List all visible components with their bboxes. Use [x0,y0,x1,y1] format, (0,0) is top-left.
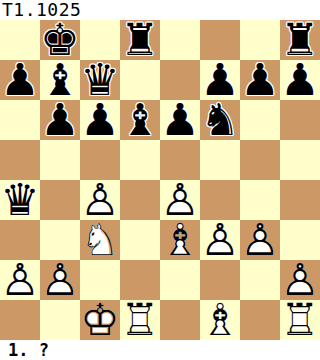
move-prompt: 1. ? [0,340,320,360]
square-h4[interactable] [280,180,320,220]
piece-fill-layer: ♟ [160,100,200,140]
square-e3[interactable]: ♝♗ [160,220,200,260]
chess-board: ♚♜♜♟♝♛♟♟♟♟♟♝♟♞♛♟♙♟♙♞♘♝♗♟♙♟♙♟♙♟♙♟♙♚♔♜♖♝♗♜… [0,20,320,340]
white-rook-icon[interactable]: ♜♖ [120,300,160,340]
square-c1[interactable]: ♚♔ [80,300,120,340]
piece-fill-layer: ♟ [240,60,280,100]
black-knight-icon[interactable]: ♞ [200,100,240,140]
square-g7[interactable]: ♟ [240,60,280,100]
black-pawn-icon[interactable]: ♟ [40,100,80,140]
square-f1[interactable]: ♝♗ [200,300,240,340]
square-d6[interactable]: ♝ [120,100,160,140]
piece-fill-layer: ♜ [120,20,160,60]
square-d1[interactable]: ♜♖ [120,300,160,340]
piece-fill-layer: ♝ [120,100,160,140]
piece-outline-layer: ♘ [80,220,120,260]
black-pawn-icon[interactable]: ♟ [160,100,200,140]
square-b6[interactable]: ♟ [40,100,80,140]
piece-outline-layer: ♖ [120,300,160,340]
square-h7[interactable]: ♟ [280,60,320,100]
white-king-icon[interactable]: ♚♔ [80,300,120,340]
piece-fill-layer: ♟ [280,60,320,100]
square-h1[interactable]: ♜♖ [280,300,320,340]
square-b2[interactable]: ♟♙ [40,260,80,300]
square-d5[interactable] [120,140,160,180]
piece-outline-layer: ♗ [200,300,240,340]
square-f6[interactable]: ♞ [200,100,240,140]
white-knight-icon[interactable]: ♞♘ [80,220,120,260]
square-d3[interactable] [120,220,160,260]
white-pawn-icon[interactable]: ♟♙ [240,220,280,260]
chess-puzzle-window: T1.1025 ♚♜♜♟♝♛♟♟♟♟♟♝♟♞♛♟♙♟♙♞♘♝♗♟♙♟♙♟♙♟♙♟… [0,0,320,360]
square-h5[interactable] [280,140,320,180]
white-pawn-icon[interactable]: ♟♙ [0,260,40,300]
square-a4[interactable]: ♛ [0,180,40,220]
square-c3[interactable]: ♞♘ [80,220,120,260]
piece-outline-layer: ♔ [80,300,120,340]
square-g3[interactable]: ♟♙ [240,220,280,260]
square-b4[interactable] [40,180,80,220]
piece-fill-layer: ♟ [0,60,40,100]
white-bishop-icon[interactable]: ♝♗ [200,300,240,340]
square-g2[interactable] [240,260,280,300]
piece-outline-layer: ♙ [240,220,280,260]
piece-outline-layer: ♙ [0,260,40,300]
square-b1[interactable] [40,300,80,340]
piece-fill-layer: ♛ [0,180,40,220]
piece-outline-layer: ♗ [160,220,200,260]
piece-outline-layer: ♖ [280,300,320,340]
square-a6[interactable] [0,100,40,140]
black-pawn-icon[interactable]: ♟ [0,60,40,100]
square-g5[interactable] [240,140,280,180]
white-rook-icon[interactable]: ♜♖ [280,300,320,340]
piece-fill-layer: ♟ [40,100,80,140]
square-c6[interactable]: ♟ [80,100,120,140]
square-f5[interactable] [200,140,240,180]
square-e1[interactable] [160,300,200,340]
square-e8[interactable] [160,20,200,60]
square-b5[interactable] [40,140,80,180]
square-a1[interactable] [0,300,40,340]
square-f3[interactable]: ♟♙ [200,220,240,260]
white-bishop-icon[interactable]: ♝♗ [160,220,200,260]
square-a7[interactable]: ♟ [0,60,40,100]
square-e6[interactable]: ♟ [160,100,200,140]
black-queen-icon[interactable]: ♛ [0,180,40,220]
black-pawn-icon[interactable]: ♟ [80,100,120,140]
white-pawn-icon[interactable]: ♟♙ [40,260,80,300]
square-d8[interactable]: ♜ [120,20,160,60]
white-pawn-icon[interactable]: ♟♙ [200,220,240,260]
square-e2[interactable] [160,260,200,300]
square-g1[interactable] [240,300,280,340]
black-bishop-icon[interactable]: ♝ [120,100,160,140]
square-d4[interactable] [120,180,160,220]
black-pawn-icon[interactable]: ♟ [280,60,320,100]
black-pawn-icon[interactable]: ♟ [240,60,280,100]
square-a2[interactable]: ♟♙ [0,260,40,300]
piece-outline-layer: ♙ [200,220,240,260]
square-g6[interactable] [240,100,280,140]
piece-fill-layer: ♟ [80,100,120,140]
black-rook-icon[interactable]: ♜ [120,20,160,60]
square-h6[interactable] [280,100,320,140]
piece-fill-layer: ♞ [200,100,240,140]
piece-outline-layer: ♙ [40,260,80,300]
